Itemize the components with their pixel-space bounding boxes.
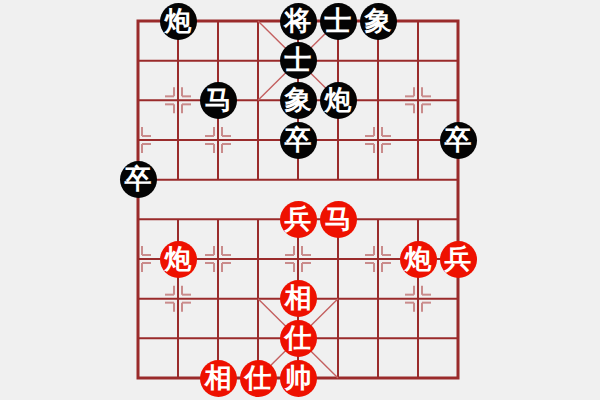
- piece-glyph: 马: [325, 205, 352, 232]
- piece-glyph: 将: [285, 7, 312, 34]
- piece-black-soldier[interactable]: 卒: [440, 122, 477, 159]
- piece-red-horse[interactable]: 马: [320, 201, 357, 238]
- piece-glyph: 马: [205, 86, 232, 113]
- piece-glyph: 象: [365, 7, 392, 34]
- piece-black-advisor[interactable]: 士: [280, 42, 317, 79]
- piece-glyph: 炮: [165, 245, 192, 272]
- piece-red-elephant[interactable]: 相: [200, 360, 237, 397]
- piece-black-elephant[interactable]: 象: [360, 3, 397, 40]
- piece-black-soldier[interactable]: 卒: [280, 122, 317, 159]
- piece-red-elephant[interactable]: 相: [280, 280, 317, 317]
- piece-black-cannon[interactable]: 炮: [160, 3, 197, 40]
- piece-black-soldier[interactable]: 卒: [120, 161, 157, 198]
- piece-glyph: 帅: [285, 364, 312, 391]
- piece-glyph: 炮: [325, 86, 352, 113]
- piece-black-advisor[interactable]: 士: [320, 3, 357, 40]
- piece-red-advisor[interactable]: 仕: [280, 320, 317, 357]
- piece-glyph: 相: [285, 284, 312, 311]
- piece-glyph: 仕: [285, 324, 312, 351]
- piece-glyph: 象: [285, 86, 312, 113]
- piece-glyph: 卒: [445, 126, 472, 153]
- piece-glyph: 卒: [285, 126, 312, 153]
- piece-glyph: 卒: [125, 165, 152, 192]
- piece-glyph: 炮: [405, 245, 432, 272]
- piece-red-cannon[interactable]: 炮: [400, 241, 437, 278]
- piece-red-cannon[interactable]: 炮: [160, 241, 197, 278]
- piece-glyph: 兵: [285, 205, 312, 232]
- piece-glyph: 仕: [245, 364, 272, 391]
- piece-red-soldier[interactable]: 兵: [280, 201, 317, 238]
- piece-red-soldier[interactable]: 兵: [440, 241, 477, 278]
- piece-glyph: 士: [325, 7, 352, 34]
- xiangqi-board: 炮将士象士马象炮卒卒卒兵马炮炮兵相仕相仕帅: [0, 0, 600, 400]
- piece-glyph: 兵: [445, 245, 472, 272]
- piece-black-elephant[interactable]: 象: [280, 82, 317, 119]
- piece-black-horse[interactable]: 马: [200, 82, 237, 119]
- piece-black-general[interactable]: 将: [280, 3, 317, 40]
- piece-red-advisor[interactable]: 仕: [240, 360, 277, 397]
- piece-glyph: 士: [285, 46, 312, 73]
- piece-red-general[interactable]: 帅: [280, 360, 317, 397]
- piece-glyph: 相: [205, 364, 232, 391]
- piece-glyph: 炮: [165, 7, 192, 34]
- piece-black-cannon[interactable]: 炮: [320, 82, 357, 119]
